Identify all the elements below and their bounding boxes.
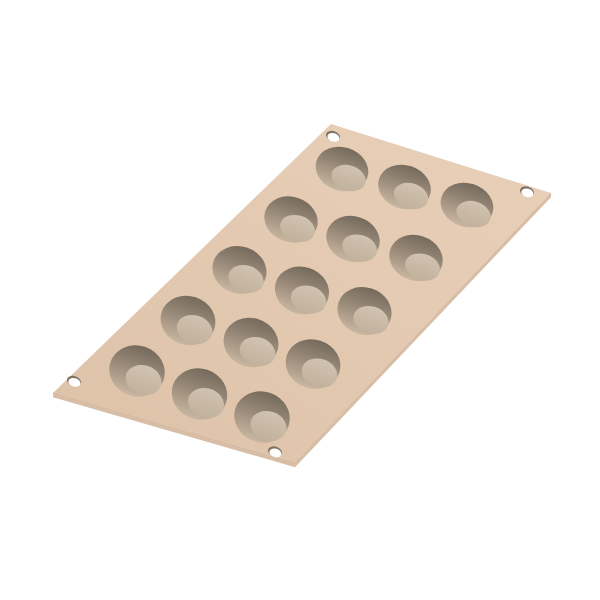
product-photo (0, 0, 600, 600)
mold-render (0, 0, 600, 600)
